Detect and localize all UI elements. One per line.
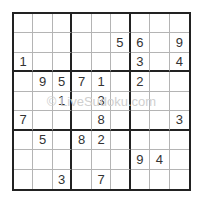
cell-r2c7[interactable]: 6 [131,33,150,52]
cell-r4c4[interactable]: 7 [72,72,91,91]
cell-r3c7[interactable]: 3 [131,53,150,72]
cell-r3c9[interactable]: 4 [170,53,189,72]
cell-r3c6[interactable] [111,53,130,72]
cell-r2c9[interactable]: 9 [170,33,189,52]
cell-r1c8[interactable] [150,14,169,33]
cell-r8c2[interactable] [33,150,52,169]
cell-r9c9[interactable] [170,170,189,189]
cell-r3c1[interactable]: 1 [14,53,33,72]
cell-r5c9[interactable] [170,92,189,111]
cell-r4c9[interactable] [170,72,189,91]
cell-r5c8[interactable] [150,92,169,111]
cell-r8c1[interactable] [14,150,33,169]
cell-r1c4[interactable] [72,14,91,33]
cell-r6c8[interactable] [150,111,169,130]
cell-r2c8[interactable] [150,33,169,52]
cell-r3c5[interactable] [92,53,111,72]
cell-r5c6[interactable] [111,92,130,111]
cell-r8c3[interactable] [53,150,72,169]
cell-r9c1[interactable] [14,170,33,189]
cell-r8c6[interactable] [111,150,130,169]
cell-r9c6[interactable] [111,170,130,189]
cell-r1c9[interactable] [170,14,189,33]
cell-r2c1[interactable] [14,33,33,52]
cell-r6c4[interactable] [72,111,91,130]
cell-r6c6[interactable] [111,111,130,130]
cell-r1c6[interactable] [111,14,130,33]
cell-r9c4[interactable] [72,170,91,189]
cell-r4c1[interactable] [14,72,33,91]
cell-r8c8[interactable]: 4 [150,150,169,169]
cell-r1c5[interactable] [92,14,111,33]
cell-r4c3[interactable]: 5 [53,72,72,91]
cell-r6c1[interactable]: 7 [14,111,33,130]
cell-r1c3[interactable] [53,14,72,33]
cell-r5c1[interactable] [14,92,33,111]
cell-r5c5[interactable]: 3 [92,92,111,111]
cell-r3c8[interactable] [150,53,169,72]
cell-r3c2[interactable] [33,53,52,72]
cell-r3c4[interactable] [72,53,91,72]
cell-r7c7[interactable] [131,131,150,150]
cell-r8c7[interactable]: 9 [131,150,150,169]
cell-r4c6[interactable] [111,72,130,91]
cell-r2c5[interactable] [92,33,111,52]
cell-r6c9[interactable]: 3 [170,111,189,130]
cell-r8c4[interactable] [72,150,91,169]
cell-r7c8[interactable] [150,131,169,150]
cell-r4c2[interactable]: 9 [33,72,52,91]
cell-r1c2[interactable] [33,14,52,33]
cell-r2c3[interactable] [53,33,72,52]
cell-r9c2[interactable] [33,170,52,189]
cell-r5c2[interactable] [33,92,52,111]
cell-r5c7[interactable] [131,92,150,111]
cell-r7c2[interactable]: 5 [33,131,52,150]
cell-r4c5[interactable]: 1 [92,72,111,91]
cell-r1c1[interactable] [14,14,33,33]
cell-r6c5[interactable]: 8 [92,111,111,130]
cell-r9c3[interactable]: 3 [53,170,72,189]
cell-r2c4[interactable] [72,33,91,52]
cell-r6c7[interactable] [131,111,150,130]
cell-r3c3[interactable] [53,53,72,72]
cell-r5c4[interactable] [72,92,91,111]
cell-r7c9[interactable] [170,131,189,150]
cell-r9c8[interactable] [150,170,169,189]
cell-r5c3[interactable]: 1 [53,92,72,111]
cell-r2c2[interactable] [33,33,52,52]
cell-r9c7[interactable] [131,170,150,189]
cell-r9c5[interactable]: 7 [92,170,111,189]
cell-r7c6[interactable] [111,131,130,150]
cell-r7c1[interactable] [14,131,33,150]
cell-r4c8[interactable] [150,72,169,91]
cell-r6c2[interactable] [33,111,52,130]
cell-r6c3[interactable] [53,111,72,130]
cell-r4c7[interactable]: 2 [131,72,150,91]
cell-r7c3[interactable] [53,131,72,150]
cell-r2c6[interactable]: 5 [111,33,130,52]
cell-r7c5[interactable]: 2 [92,131,111,150]
cell-r7c4[interactable]: 8 [72,131,91,150]
cell-r8c9[interactable] [170,150,189,169]
sudoku-board: © LiveSudoku.com 56913495712137835829437 [12,12,191,191]
cell-r1c7[interactable] [131,14,150,33]
cell-r8c5[interactable] [92,150,111,169]
